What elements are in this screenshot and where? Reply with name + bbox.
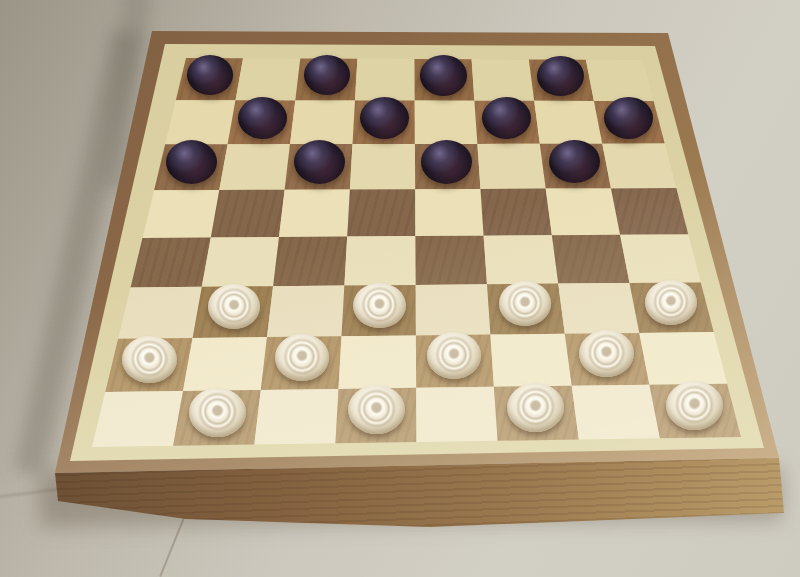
checker-piece-dark[interactable]	[604, 97, 653, 139]
checker-piece-dark[interactable]	[420, 55, 467, 95]
checkers-photo-scene	[0, 0, 800, 577]
checker-piece-light[interactable]	[579, 330, 634, 377]
checker-piece-light[interactable]	[208, 284, 261, 329]
checker-piece-dark[interactable]	[360, 97, 409, 139]
checker-piece-dark[interactable]	[421, 140, 472, 184]
checker-piece-light[interactable]	[189, 388, 246, 437]
checker-piece-light[interactable]	[353, 283, 406, 328]
checker-piece-light[interactable]	[275, 334, 330, 381]
checker-piece-dark[interactable]	[482, 97, 531, 139]
checker-piece-light[interactable]	[122, 336, 177, 383]
checker-piece-light[interactable]	[645, 280, 698, 325]
checker-piece-dark[interactable]	[294, 140, 345, 184]
checker-piece-light[interactable]	[666, 381, 723, 430]
checker-piece-dark[interactable]	[304, 55, 351, 95]
checker-piece-dark[interactable]	[537, 56, 584, 96]
checker-piece-dark[interactable]	[549, 140, 600, 184]
checker-piece-dark[interactable]	[187, 55, 234, 95]
checker-piece-dark[interactable]	[238, 97, 287, 139]
checker-piece-light[interactable]	[507, 383, 564, 432]
